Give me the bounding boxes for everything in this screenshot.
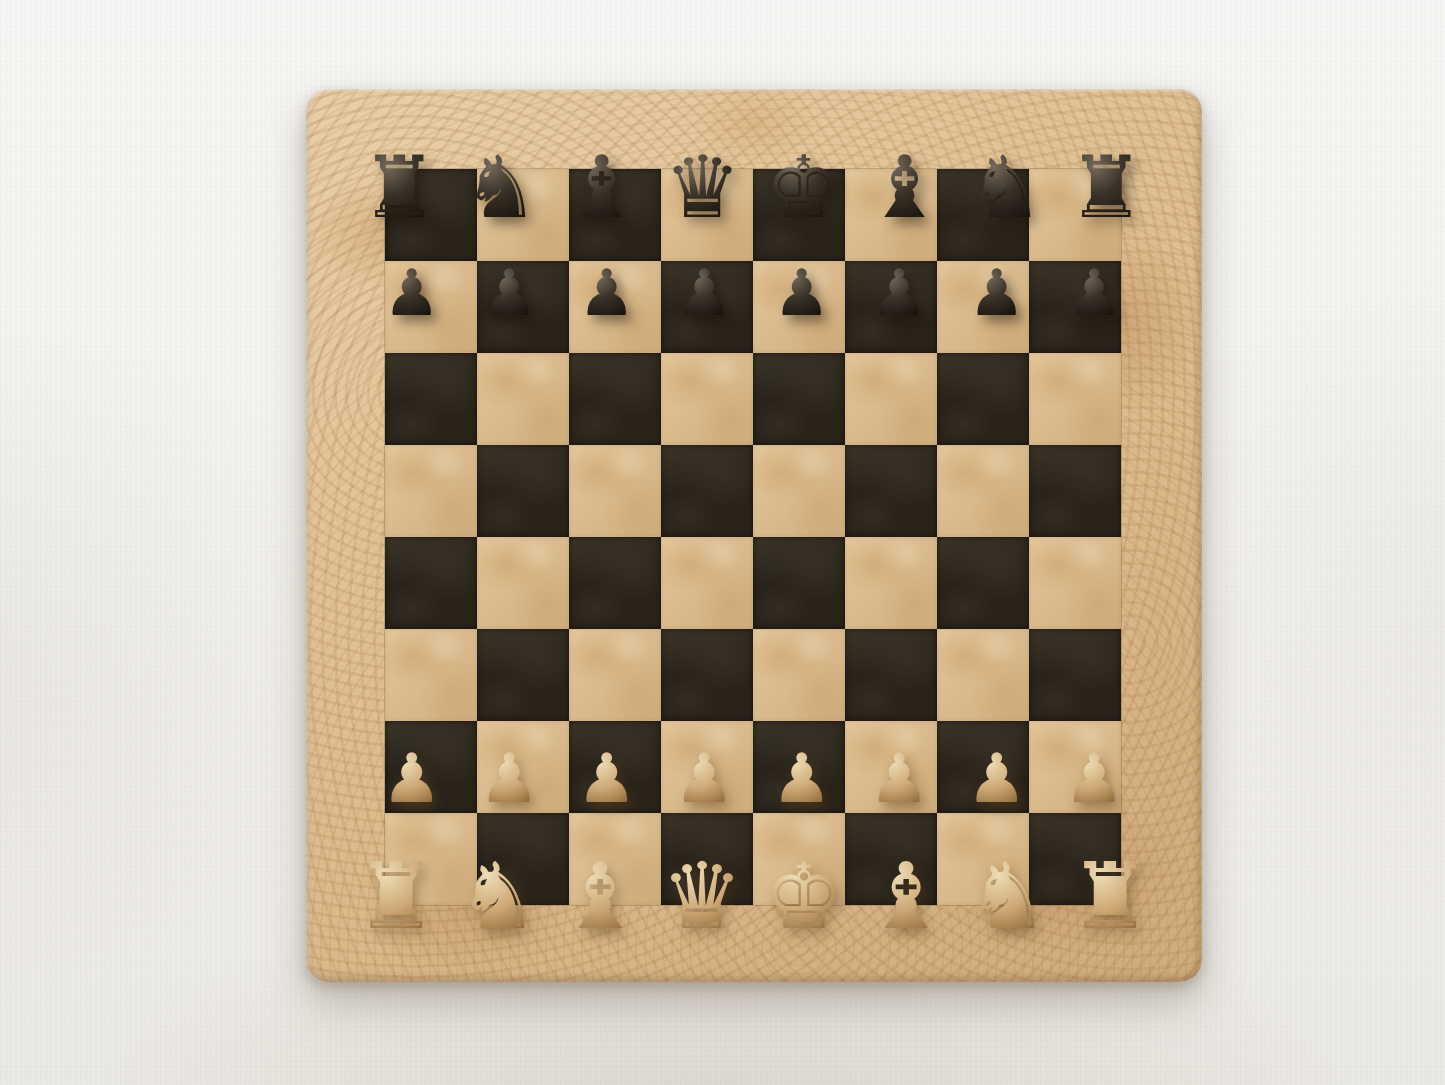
square-b4: [477, 537, 569, 629]
square-b7: [477, 261, 569, 353]
square-a8: [385, 169, 477, 261]
square-h4: [1029, 537, 1121, 629]
square-g6: [937, 353, 1029, 445]
square-h3: [1029, 629, 1121, 721]
square-g7: [937, 261, 1029, 353]
square-h8: [1029, 169, 1121, 261]
square-h6: [1029, 353, 1121, 445]
square-d3: [661, 629, 753, 721]
square-h5: [1029, 445, 1121, 537]
square-f5: [845, 445, 937, 537]
square-a5: [385, 445, 477, 537]
square-c7: [569, 261, 661, 353]
square-a3: [385, 629, 477, 721]
square-g4: [937, 537, 1029, 629]
square-e3: [753, 629, 845, 721]
square-g5: [937, 445, 1029, 537]
square-g2: [937, 721, 1029, 813]
table-cloth-background: ♜♞♝♛♚♝♞♜♟♟♟♟♟♟♟♟♟♟♟♟♟♟♟♟♜♞♝♛♚♝♞♜: [0, 0, 1445, 1085]
square-c1: [569, 813, 661, 905]
board-grid: [385, 169, 1121, 905]
square-g1: [937, 813, 1029, 905]
square-a6: [385, 353, 477, 445]
square-d2: [661, 721, 753, 813]
square-a4: [385, 537, 477, 629]
square-e6: [753, 353, 845, 445]
square-f3: [845, 629, 937, 721]
square-e2: [753, 721, 845, 813]
square-e8: [753, 169, 845, 261]
square-e7: [753, 261, 845, 353]
square-h7: [1029, 261, 1121, 353]
square-b3: [477, 629, 569, 721]
square-d7: [661, 261, 753, 353]
square-g8: [937, 169, 1029, 261]
square-f7: [845, 261, 937, 353]
square-e4: [753, 537, 845, 629]
square-d1: [661, 813, 753, 905]
square-d5: [661, 445, 753, 537]
chess-board: ♜♞♝♛♚♝♞♜♟♟♟♟♟♟♟♟♟♟♟♟♟♟♟♟♜♞♝♛♚♝♞♜: [306, 89, 1202, 982]
square-c3: [569, 629, 661, 721]
square-e5: [753, 445, 845, 537]
square-f4: [845, 537, 937, 629]
square-c5: [569, 445, 661, 537]
square-c6: [569, 353, 661, 445]
square-d4: [661, 537, 753, 629]
square-f2: [845, 721, 937, 813]
square-c4: [569, 537, 661, 629]
square-f6: [845, 353, 937, 445]
square-b8: [477, 169, 569, 261]
square-g3: [937, 629, 1029, 721]
square-f1: [845, 813, 937, 905]
square-d6: [661, 353, 753, 445]
square-e1: [753, 813, 845, 905]
square-c8: [569, 169, 661, 261]
square-b5: [477, 445, 569, 537]
square-f8: [845, 169, 937, 261]
square-a7: [385, 261, 477, 353]
square-h1: [1029, 813, 1121, 905]
square-h2: [1029, 721, 1121, 813]
square-a1: [385, 813, 477, 905]
square-a2: [385, 721, 477, 813]
square-b2: [477, 721, 569, 813]
square-c2: [569, 721, 661, 813]
square-b6: [477, 353, 569, 445]
square-d8: [661, 169, 753, 261]
square-b1: [477, 813, 569, 905]
